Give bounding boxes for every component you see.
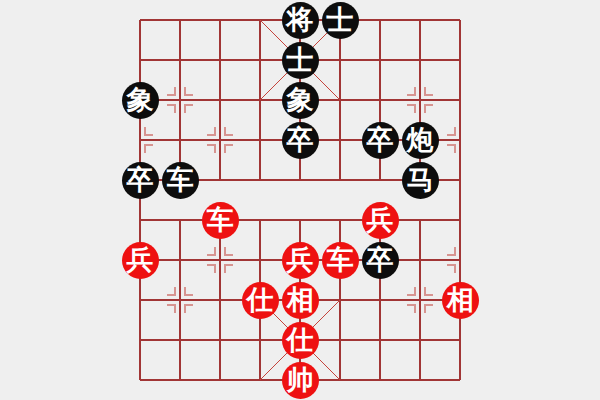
red-general-glyph: 帅 xyxy=(287,366,314,393)
piece-black-soldier[interactable]: 卒 xyxy=(122,162,159,199)
black-elephant-glyph: 象 xyxy=(127,86,154,113)
piece-red-soldier[interactable]: 兵 xyxy=(362,202,399,239)
piece-red-soldier[interactable]: 兵 xyxy=(122,242,159,279)
red-advisor-glyph: 仕 xyxy=(287,326,314,353)
piece-black-general[interactable]: 将 xyxy=(282,2,319,39)
xiangqi-board: 将士士象象卒卒炮卒车马车兵兵兵车卒仕相相仕帅 xyxy=(0,0,600,400)
red-advisor-glyph: 仕 xyxy=(247,286,274,313)
piece-red-general[interactable]: 帅 xyxy=(282,362,319,399)
piece-black-elephant[interactable]: 象 xyxy=(122,82,159,119)
piece-black-chariot[interactable]: 车 xyxy=(162,162,199,199)
piece-black-soldier[interactable]: 卒 xyxy=(362,122,399,159)
red-soldier-glyph: 兵 xyxy=(127,246,154,273)
black-cannon-glyph: 炮 xyxy=(407,126,434,153)
red-chariot-glyph: 车 xyxy=(207,206,234,233)
black-advisor-glyph: 士 xyxy=(287,46,314,73)
piece-red-advisor[interactable]: 仕 xyxy=(282,322,319,359)
piece-red-soldier[interactable]: 兵 xyxy=(282,242,319,279)
piece-black-soldier[interactable]: 卒 xyxy=(362,242,399,279)
black-general-glyph: 将 xyxy=(287,6,314,33)
piece-red-chariot[interactable]: 车 xyxy=(322,242,359,279)
black-soldier-glyph: 卒 xyxy=(367,126,394,153)
piece-red-chariot[interactable]: 车 xyxy=(202,202,239,239)
red-elephant-glyph: 相 xyxy=(447,286,474,313)
piece-red-elephant[interactable]: 相 xyxy=(442,282,479,319)
red-chariot-glyph: 车 xyxy=(327,246,354,273)
red-elephant-glyph: 相 xyxy=(287,286,314,313)
black-soldier-glyph: 卒 xyxy=(127,166,154,193)
piece-black-soldier[interactable]: 卒 xyxy=(282,122,319,159)
piece-black-elephant[interactable]: 象 xyxy=(282,82,319,119)
piece-black-advisor[interactable]: 士 xyxy=(282,42,319,79)
piece-black-advisor[interactable]: 士 xyxy=(322,2,359,39)
red-soldier-glyph: 兵 xyxy=(367,206,394,233)
piece-red-advisor[interactable]: 仕 xyxy=(242,282,279,319)
black-advisor-glyph: 士 xyxy=(327,6,354,33)
black-horse-glyph: 马 xyxy=(407,166,434,193)
black-soldier-glyph: 卒 xyxy=(367,246,394,273)
black-soldier-glyph: 卒 xyxy=(287,126,314,153)
pieces-layer: 将士士象象卒卒炮卒车马车兵兵兵车卒仕相相仕帅 xyxy=(120,0,480,400)
red-soldier-glyph: 兵 xyxy=(287,246,314,273)
piece-black-cannon[interactable]: 炮 xyxy=(402,122,439,159)
black-elephant-glyph: 象 xyxy=(287,86,314,113)
piece-black-horse[interactable]: 马 xyxy=(402,162,439,199)
black-chariot-glyph: 车 xyxy=(167,166,194,193)
piece-red-elephant[interactable]: 相 xyxy=(282,282,319,319)
